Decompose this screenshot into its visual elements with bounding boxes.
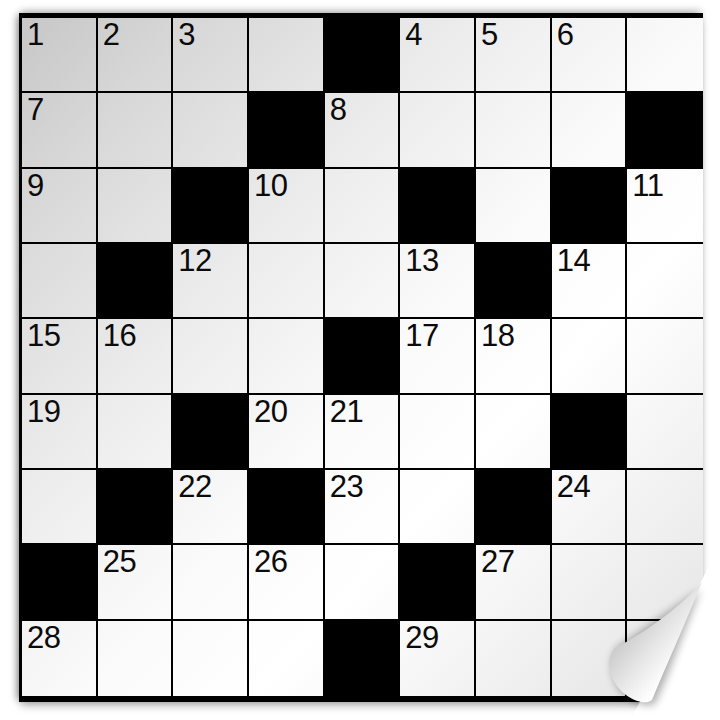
clue-number: 13 xyxy=(405,244,438,279)
cell-r2c5[interactable]: 8 xyxy=(325,93,401,168)
cell-r2c1[interactable]: 7 xyxy=(22,93,98,168)
cell-r1c6[interactable]: 4 xyxy=(400,18,476,93)
clue-number: 26 xyxy=(254,545,287,580)
cell-r9c4[interactable] xyxy=(249,621,325,696)
clue-number: 4 xyxy=(405,18,422,53)
cell-r6c6[interactable] xyxy=(400,395,476,470)
cell-r2c4-block xyxy=(249,93,325,168)
cell-r3c7[interactable] xyxy=(476,169,552,244)
cell-r2c2[interactable] xyxy=(98,93,174,168)
cell-r7c6[interactable] xyxy=(400,470,476,545)
cell-r7c1[interactable] xyxy=(22,470,98,545)
cell-r7c7-block xyxy=(476,470,552,545)
cell-r9c6[interactable]: 29 xyxy=(400,621,476,696)
cell-r9c1[interactable]: 28 xyxy=(22,621,98,696)
cell-r5c5-block xyxy=(325,319,401,394)
cell-r8c7[interactable]: 27 xyxy=(476,545,552,620)
cell-r9c5-block xyxy=(325,621,401,696)
clue-number: 19 xyxy=(27,395,60,430)
cell-r8c4[interactable]: 26 xyxy=(249,545,325,620)
cell-r8c2[interactable]: 25 xyxy=(98,545,174,620)
clue-number: 1 xyxy=(27,18,44,53)
cell-r8c1-block xyxy=(22,545,98,620)
cell-r3c3-block xyxy=(173,169,249,244)
cell-r3c8-block xyxy=(552,169,628,244)
cell-r7c3[interactable]: 22 xyxy=(173,470,249,545)
clue-number: 12 xyxy=(178,244,211,279)
cell-r3c2[interactable] xyxy=(98,169,174,244)
cell-r9c2[interactable] xyxy=(98,621,174,696)
clue-number: 20 xyxy=(254,395,287,430)
cell-r1c8[interactable]: 6 xyxy=(552,18,628,93)
cell-r7c5[interactable]: 23 xyxy=(325,470,401,545)
cell-r6c2[interactable] xyxy=(98,395,174,470)
cell-r4c9[interactable] xyxy=(627,244,703,319)
clue-number: 6 xyxy=(557,18,574,53)
clue-number: 5 xyxy=(481,18,498,53)
cell-r2c3[interactable] xyxy=(173,93,249,168)
cell-r5c4[interactable] xyxy=(249,319,325,394)
clue-number: 3 xyxy=(178,18,195,53)
clue-number: 10 xyxy=(254,169,287,204)
cell-r3c4[interactable]: 10 xyxy=(249,169,325,244)
cell-r3c6-block xyxy=(400,169,476,244)
cell-r5c1[interactable]: 15 xyxy=(22,319,98,394)
cell-r2c6[interactable] xyxy=(400,93,476,168)
cell-r4c3[interactable]: 12 xyxy=(173,244,249,319)
clue-number: 8 xyxy=(330,93,347,128)
cell-r1c1[interactable]: 1 xyxy=(22,18,98,93)
cell-r4c1[interactable] xyxy=(22,244,98,319)
cell-r5c8[interactable] xyxy=(552,319,628,394)
cell-r5c7[interactable]: 18 xyxy=(476,319,552,394)
cell-r6c9[interactable] xyxy=(627,395,703,470)
cell-r2c8[interactable] xyxy=(552,93,628,168)
clue-number: 9 xyxy=(27,169,44,204)
cell-r4c4[interactable] xyxy=(249,244,325,319)
cell-r6c5[interactable]: 21 xyxy=(325,395,401,470)
clue-number: 18 xyxy=(481,319,514,354)
cell-r3c1[interactable]: 9 xyxy=(22,169,98,244)
clue-number: 25 xyxy=(103,545,136,580)
cell-r1c2[interactable]: 2 xyxy=(98,18,174,93)
cell-r8c3[interactable] xyxy=(173,545,249,620)
clue-number: 27 xyxy=(481,545,514,580)
cell-r7c8[interactable]: 24 xyxy=(552,470,628,545)
cell-r4c7-block xyxy=(476,244,552,319)
cell-r2c9-block xyxy=(627,93,703,168)
clue-number: 24 xyxy=(557,470,590,505)
clue-number: 17 xyxy=(405,319,438,354)
clue-number: 22 xyxy=(178,470,211,505)
cell-r6c8-block xyxy=(552,395,628,470)
cell-r3c5[interactable] xyxy=(325,169,401,244)
cell-r1c9[interactable] xyxy=(627,18,703,93)
clue-number: 23 xyxy=(330,470,363,505)
cell-r4c8[interactable]: 14 xyxy=(552,244,628,319)
cell-r7c4-block xyxy=(249,470,325,545)
cell-r9c7[interactable] xyxy=(476,621,552,696)
clue-number: 11 xyxy=(632,169,663,204)
cell-r6c1[interactable]: 19 xyxy=(22,395,98,470)
clue-number: 7 xyxy=(27,93,44,128)
cell-r9c3[interactable] xyxy=(173,621,249,696)
clue-number: 14 xyxy=(557,244,590,279)
cell-r4c5[interactable] xyxy=(325,244,401,319)
cell-r5c6[interactable]: 17 xyxy=(400,319,476,394)
cell-r1c7[interactable]: 5 xyxy=(476,18,552,93)
cell-r1c3[interactable]: 3 xyxy=(173,18,249,93)
cell-r7c9[interactable] xyxy=(627,470,703,545)
cell-r4c6[interactable]: 13 xyxy=(400,244,476,319)
crossword-canvas: 1234567891011121314151617181920212223242… xyxy=(0,0,720,720)
cell-r1c5-block xyxy=(325,18,401,93)
cell-r5c2[interactable]: 16 xyxy=(98,319,174,394)
clue-number: 16 xyxy=(103,319,136,354)
cell-r8c6-block xyxy=(400,545,476,620)
cell-r6c3-block xyxy=(173,395,249,470)
cell-r7c2-block xyxy=(98,470,174,545)
clue-number: 15 xyxy=(27,319,60,354)
cell-r4c2-block xyxy=(98,244,174,319)
clue-number: 2 xyxy=(103,18,120,53)
cell-r6c7[interactable] xyxy=(476,395,552,470)
cell-r8c5[interactable] xyxy=(325,545,401,620)
cell-r3c9[interactable]: 11 xyxy=(627,169,703,244)
cell-r1c4[interactable] xyxy=(249,18,325,93)
cell-r5c9[interactable] xyxy=(627,319,703,394)
cell-r6c4[interactable]: 20 xyxy=(249,395,325,470)
clue-number: 29 xyxy=(405,621,438,656)
page-curl xyxy=(585,545,720,720)
clue-number: 21 xyxy=(330,395,363,430)
clue-number: 28 xyxy=(27,621,60,656)
cell-r2c7[interactable] xyxy=(476,93,552,168)
cell-r5c3[interactable] xyxy=(173,319,249,394)
